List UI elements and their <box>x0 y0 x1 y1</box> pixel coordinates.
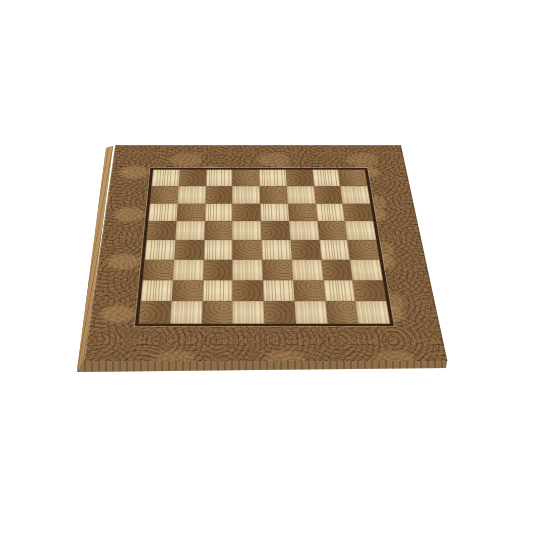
square-b8[interactable] <box>178 170 205 187</box>
square-g8[interactable] <box>312 170 341 187</box>
square-h8[interactable] <box>338 170 367 187</box>
board-perspective-wrapper <box>0 0 533 533</box>
square-b3[interactable] <box>173 260 204 280</box>
square-h6[interactable] <box>343 203 374 221</box>
square-d5[interactable] <box>233 221 262 240</box>
square-a6[interactable] <box>148 203 177 221</box>
square-e7[interactable] <box>259 186 287 203</box>
square-f7[interactable] <box>287 186 316 203</box>
square-h7[interactable] <box>341 186 371 203</box>
square-c8[interactable] <box>205 170 232 187</box>
square-f8[interactable] <box>285 170 313 187</box>
square-d1[interactable] <box>233 301 265 323</box>
square-a3[interactable] <box>143 260 174 280</box>
square-d7[interactable] <box>232 186 260 203</box>
square-b2[interactable] <box>171 280 202 301</box>
square-g1[interactable] <box>325 301 359 323</box>
photo-background <box>0 0 533 533</box>
square-g5[interactable] <box>317 221 348 240</box>
square-f3[interactable] <box>291 260 322 280</box>
square-h2[interactable] <box>353 280 387 301</box>
square-b4[interactable] <box>174 240 204 260</box>
square-a1[interactable] <box>138 301 171 323</box>
square-c4[interactable] <box>203 240 232 260</box>
square-b5[interactable] <box>175 221 204 240</box>
square-e8[interactable] <box>259 170 287 187</box>
square-a7[interactable] <box>150 186 179 203</box>
square-e5[interactable] <box>261 221 290 240</box>
square-a8[interactable] <box>151 170 179 187</box>
square-c5[interactable] <box>204 221 233 240</box>
square-b7[interactable] <box>177 186 205 203</box>
chessboard-border <box>84 145 448 361</box>
square-c1[interactable] <box>201 301 232 323</box>
square-d8[interactable] <box>232 170 259 187</box>
square-f4[interactable] <box>290 240 321 260</box>
square-b1[interactable] <box>170 301 202 323</box>
square-e3[interactable] <box>262 260 293 280</box>
square-g3[interactable] <box>321 260 353 280</box>
square-g7[interactable] <box>314 186 343 203</box>
square-c7[interactable] <box>205 186 233 203</box>
square-d2[interactable] <box>233 280 264 301</box>
square-d6[interactable] <box>233 203 261 221</box>
square-e6[interactable] <box>260 203 289 221</box>
square-f1[interactable] <box>294 301 327 323</box>
square-g2[interactable] <box>323 280 356 301</box>
square-e4[interactable] <box>261 240 291 260</box>
square-c6[interactable] <box>204 203 232 221</box>
square-d3[interactable] <box>233 260 263 280</box>
chessboard-playing-area <box>135 168 394 326</box>
square-h5[interactable] <box>345 221 376 240</box>
square-a4[interactable] <box>145 240 176 260</box>
square-g6[interactable] <box>315 203 345 221</box>
square-a2[interactable] <box>141 280 173 301</box>
square-e2[interactable] <box>263 280 294 301</box>
square-f2[interactable] <box>293 280 325 301</box>
square-d4[interactable] <box>233 240 262 260</box>
square-c3[interactable] <box>203 260 233 280</box>
square-f6[interactable] <box>288 203 317 221</box>
square-h4[interactable] <box>348 240 380 260</box>
square-e1[interactable] <box>264 301 296 323</box>
square-h1[interactable] <box>356 301 390 323</box>
square-g4[interactable] <box>319 240 350 260</box>
square-a5[interactable] <box>146 221 176 240</box>
square-c2[interactable] <box>202 280 233 301</box>
square-h3[interactable] <box>350 260 383 280</box>
square-b6[interactable] <box>176 203 205 221</box>
square-f5[interactable] <box>289 221 319 240</box>
